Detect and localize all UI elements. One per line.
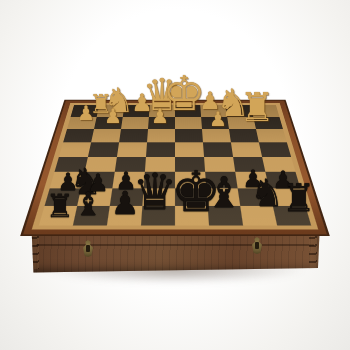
piece-white-rook-h8[interactable]: ♜: [239, 87, 275, 127]
piece-white-pawn-b7[interactable]: ♟: [104, 106, 122, 126]
piece-black-rook-h1[interactable]: ♜: [282, 179, 316, 217]
pieces-layer: ♟♜♞♟♟♛♟♚♟♟♞♜♟♜♞♟♝♟♟♛♚♝♟♞♟♜: [0, 0, 350, 350]
chess-box-photo: ♟♜♞♟♟♛♟♚♟♟♞♜♟♜♞♟♝♟♟♛♚♝♟♞♟♜: [0, 0, 350, 350]
piece-black-bishop-b1[interactable]: ♝: [74, 188, 103, 220]
piece-black-bishop-f1[interactable]: ♝: [205, 172, 243, 214]
